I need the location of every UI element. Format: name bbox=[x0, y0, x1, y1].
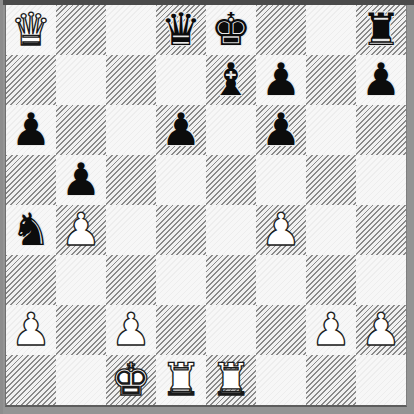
square-d8[interactable]: ♛ bbox=[156, 5, 206, 55]
square-a4[interactable]: ♞ bbox=[6, 205, 56, 255]
square-e7[interactable]: ♝ bbox=[206, 55, 256, 105]
square-f1[interactable] bbox=[256, 355, 306, 405]
square-e2[interactable] bbox=[206, 305, 256, 355]
black-rook-icon: ♜ bbox=[361, 7, 401, 52]
square-d5[interactable] bbox=[156, 155, 206, 205]
white-pawn-icon: ♟ bbox=[11, 307, 51, 352]
white-pawn-icon: ♟ bbox=[361, 307, 401, 352]
square-b5[interactable]: ♟ bbox=[56, 155, 106, 205]
square-f6[interactable]: ♟ bbox=[256, 105, 306, 155]
square-b1[interactable] bbox=[56, 355, 106, 405]
square-a7[interactable] bbox=[6, 55, 56, 105]
square-c2[interactable]: ♟ bbox=[106, 305, 156, 355]
square-a6[interactable]: ♟ bbox=[6, 105, 56, 155]
square-g6[interactable] bbox=[306, 105, 356, 155]
square-d6[interactable]: ♟ bbox=[156, 105, 206, 155]
square-h2[interactable]: ♟ bbox=[356, 305, 406, 355]
square-e4[interactable] bbox=[206, 205, 256, 255]
square-g5[interactable] bbox=[306, 155, 356, 205]
square-g8[interactable] bbox=[306, 5, 356, 55]
square-b2[interactable] bbox=[56, 305, 106, 355]
white-rook-icon: ♜ bbox=[211, 357, 251, 402]
square-c3[interactable] bbox=[106, 255, 156, 305]
square-a8[interactable]: ♛ bbox=[6, 5, 56, 55]
square-f4[interactable]: ♟ bbox=[256, 205, 306, 255]
square-a3[interactable] bbox=[6, 255, 56, 305]
white-king-icon: ♚ bbox=[111, 357, 151, 402]
square-b3[interactable] bbox=[56, 255, 106, 305]
square-c4[interactable] bbox=[106, 205, 156, 255]
square-c8[interactable] bbox=[106, 5, 156, 55]
square-e6[interactable] bbox=[206, 105, 256, 155]
white-pawn-icon: ♟ bbox=[111, 307, 151, 352]
square-g1[interactable] bbox=[306, 355, 356, 405]
black-pawn-icon: ♟ bbox=[61, 157, 101, 202]
square-d1[interactable]: ♜ bbox=[156, 355, 206, 405]
square-c1[interactable]: ♚ bbox=[106, 355, 156, 405]
black-queen-icon: ♛ bbox=[161, 7, 201, 52]
square-h5[interactable] bbox=[356, 155, 406, 205]
white-queen-icon: ♛ bbox=[11, 7, 51, 52]
square-b8[interactable] bbox=[56, 5, 106, 55]
square-c6[interactable] bbox=[106, 105, 156, 155]
square-f2[interactable] bbox=[256, 305, 306, 355]
square-g7[interactable] bbox=[306, 55, 356, 105]
black-bishop-icon: ♝ bbox=[211, 57, 251, 102]
frame-left-strip bbox=[0, 0, 3, 414]
chess-diagram: ♛♛♚♜♝♟♟♟♟♟♟♞♟♟♟♟♟♟♚♜♜ bbox=[0, 0, 414, 414]
black-king-icon: ♚ bbox=[211, 7, 251, 52]
white-pawn-icon: ♟ bbox=[61, 207, 101, 252]
square-b4[interactable]: ♟ bbox=[56, 205, 106, 255]
square-d2[interactable] bbox=[156, 305, 206, 355]
square-e5[interactable] bbox=[206, 155, 256, 205]
square-g2[interactable]: ♟ bbox=[306, 305, 356, 355]
black-pawn-icon: ♟ bbox=[161, 107, 201, 152]
square-f8[interactable] bbox=[256, 5, 306, 55]
black-pawn-icon: ♟ bbox=[261, 57, 301, 102]
square-e8[interactable]: ♚ bbox=[206, 5, 256, 55]
square-d4[interactable] bbox=[156, 205, 206, 255]
square-g4[interactable] bbox=[306, 205, 356, 255]
chess-board: ♛♛♚♜♝♟♟♟♟♟♟♞♟♟♟♟♟♟♚♜♜ bbox=[5, 5, 407, 407]
black-pawn-icon: ♟ bbox=[11, 107, 51, 152]
square-c7[interactable] bbox=[106, 55, 156, 105]
square-c5[interactable] bbox=[106, 155, 156, 205]
square-d3[interactable] bbox=[156, 255, 206, 305]
square-f3[interactable] bbox=[256, 255, 306, 305]
square-a2[interactable]: ♟ bbox=[6, 305, 56, 355]
square-b6[interactable] bbox=[56, 105, 106, 155]
square-h1[interactable] bbox=[356, 355, 406, 405]
square-f5[interactable] bbox=[256, 155, 306, 205]
square-h4[interactable] bbox=[356, 205, 406, 255]
square-h6[interactable] bbox=[356, 105, 406, 155]
square-e1[interactable]: ♜ bbox=[206, 355, 256, 405]
square-h3[interactable] bbox=[356, 255, 406, 305]
white-pawn-icon: ♟ bbox=[261, 207, 301, 252]
black-pawn-icon: ♟ bbox=[361, 57, 401, 102]
square-f7[interactable]: ♟ bbox=[256, 55, 306, 105]
square-h8[interactable]: ♜ bbox=[356, 5, 406, 55]
square-a5[interactable] bbox=[6, 155, 56, 205]
black-pawn-icon: ♟ bbox=[261, 107, 301, 152]
square-b7[interactable] bbox=[56, 55, 106, 105]
square-g3[interactable] bbox=[306, 255, 356, 305]
square-a1[interactable] bbox=[6, 355, 56, 405]
white-pawn-icon: ♟ bbox=[311, 307, 351, 352]
black-knight-icon: ♞ bbox=[11, 207, 51, 252]
square-e3[interactable] bbox=[206, 255, 256, 305]
square-d7[interactable] bbox=[156, 55, 206, 105]
white-rook-icon: ♜ bbox=[161, 357, 201, 402]
square-h7[interactable]: ♟ bbox=[356, 55, 406, 105]
